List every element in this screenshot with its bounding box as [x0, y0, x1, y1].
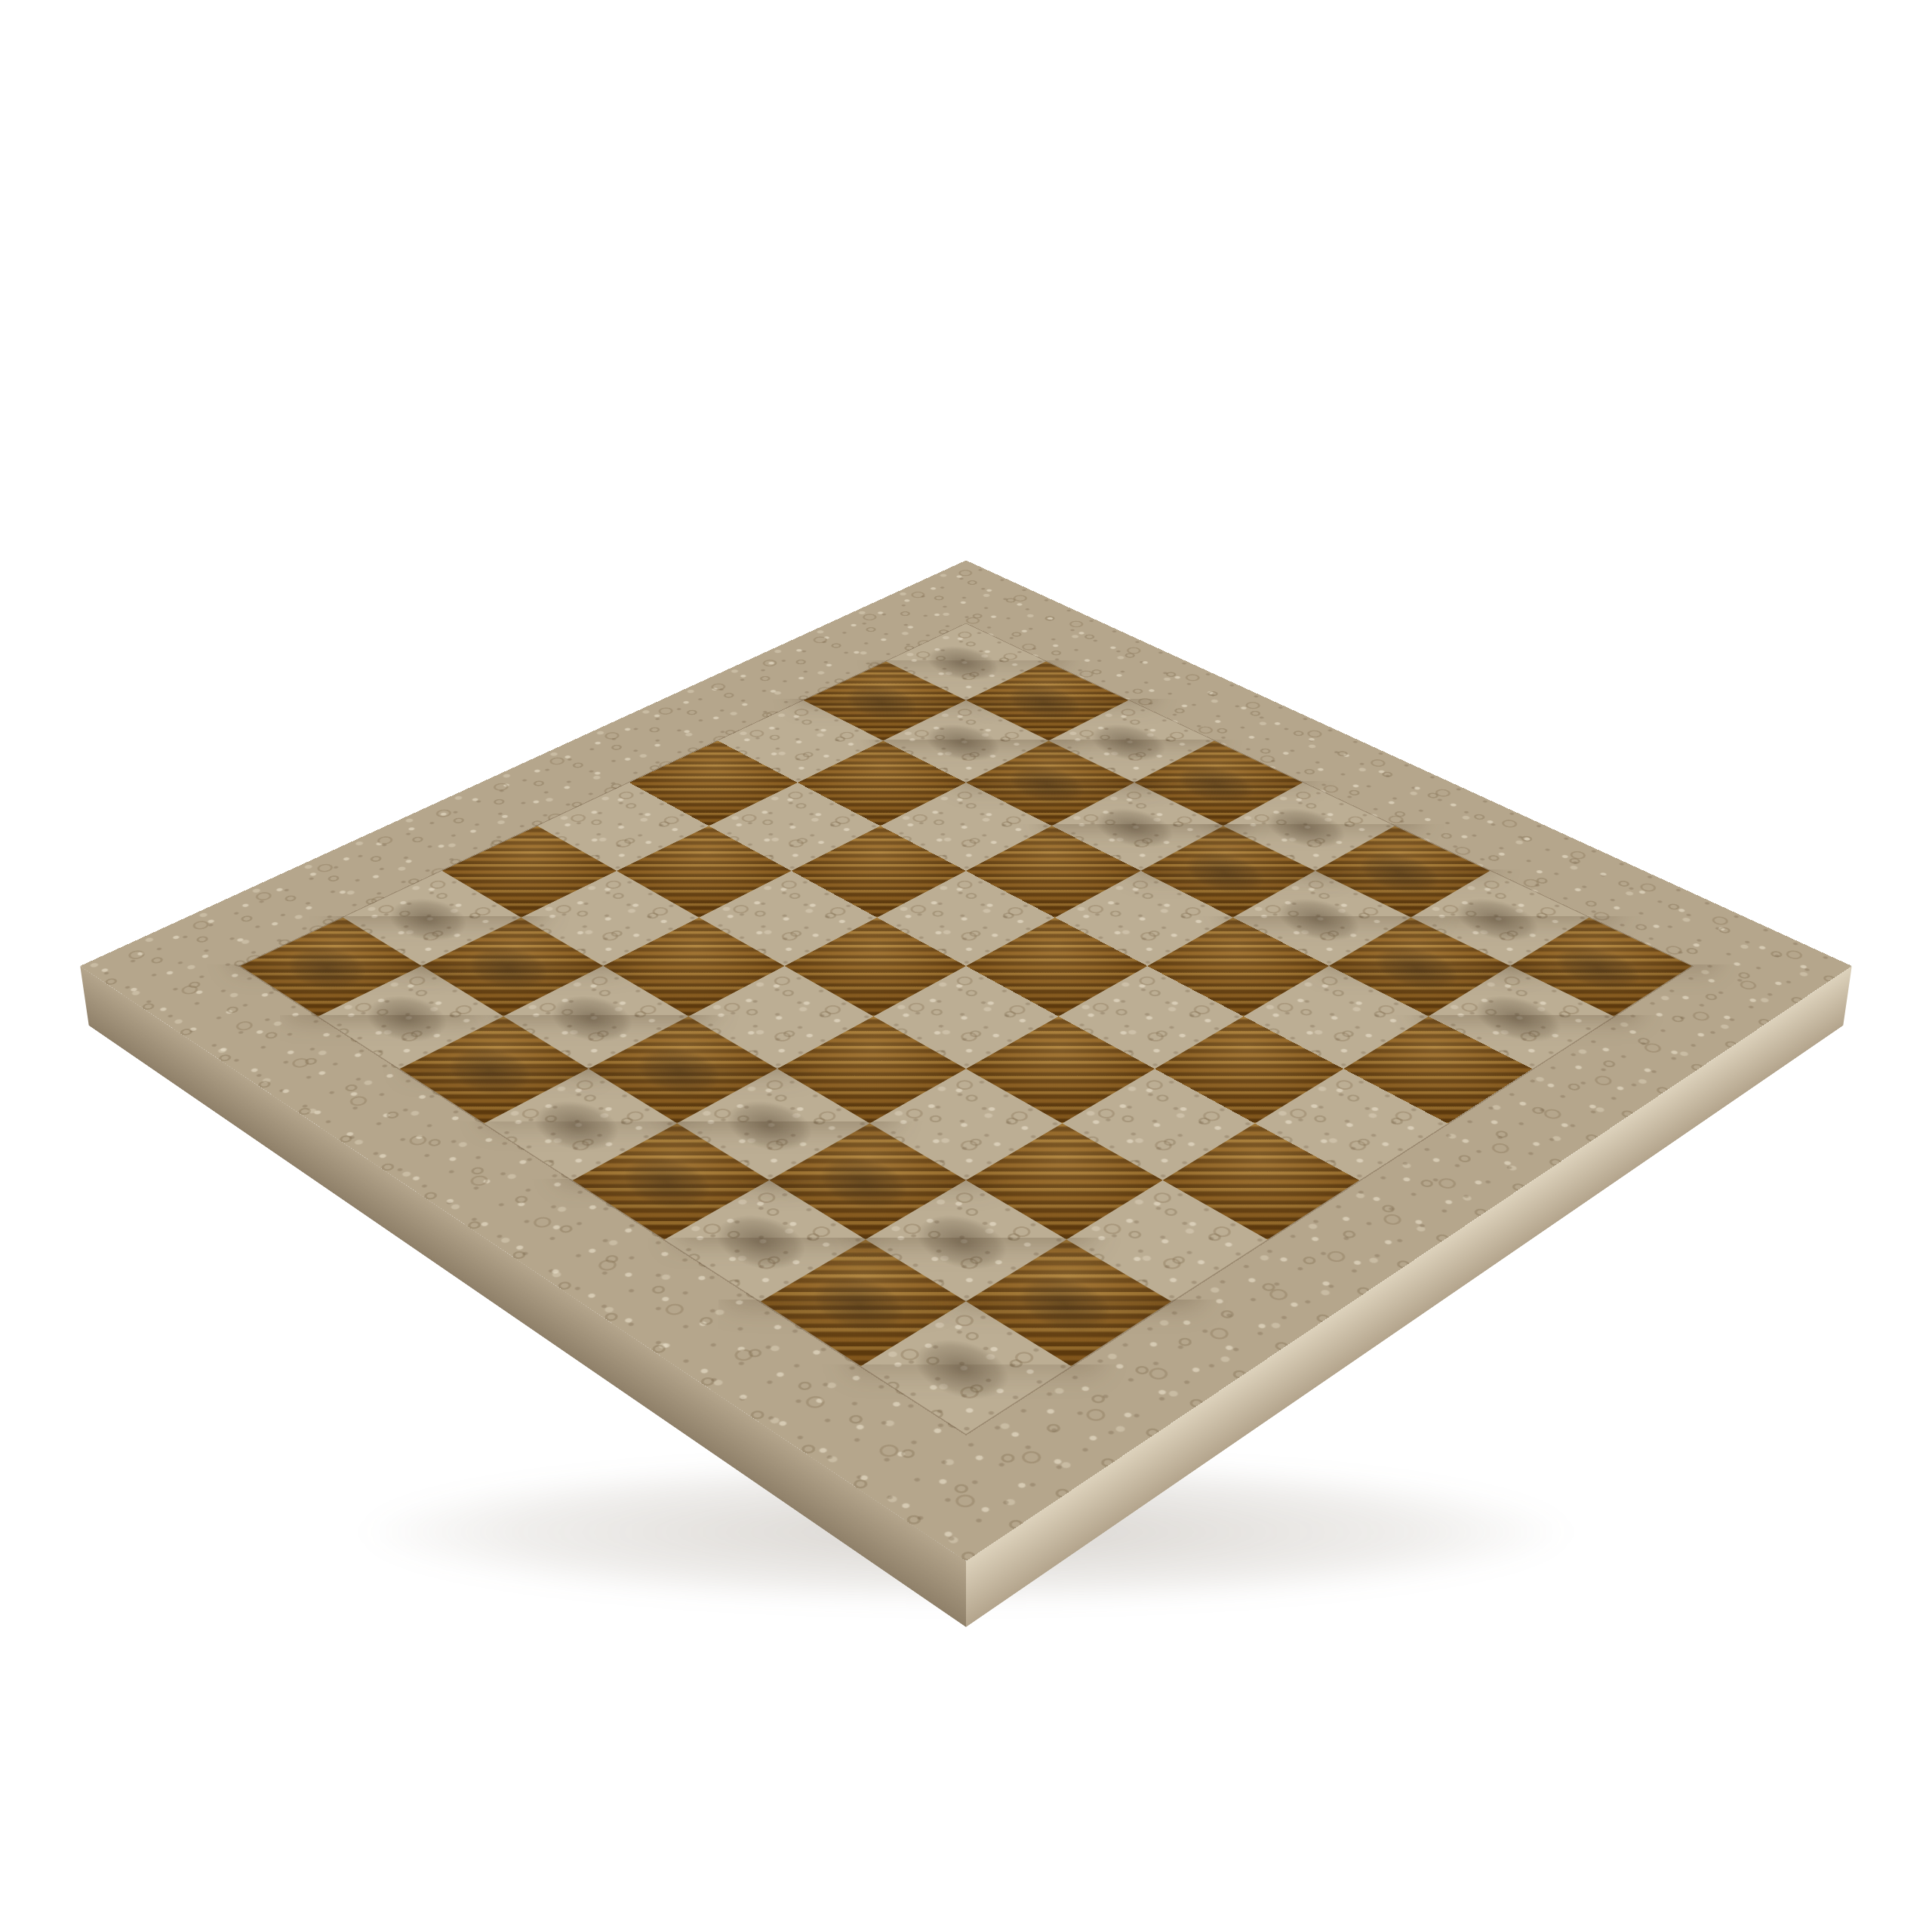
black-pawn-icon: ♟	[1355, 695, 1687, 1064]
square-h1[interactable]: ♜	[861, 1302, 1071, 1434]
white-rook-icon: ♜	[771, 986, 1162, 1423]
scene: ♜♞♝♛♚♝♞♜♟♟♟♟♟♟♟♟♟♟♟♟♟♟♟♟♜♞♝♛♚♝♞♜	[0, 0, 1932, 1932]
board-grid: ♜♞♝♛♚♝♞♜♟♟♟♟♟♟♟♟♟♟♟♟♟♟♟♟♜♞♝♛♚♝♞♜	[240, 624, 1691, 1434]
white-rook-h1[interactable]: ♜	[817, 1364, 1114, 1366]
product-photo: ♜♞♝♛♚♝♞♜♟♟♟♟♟♟♟♟♟♟♟♟♟♟♟♟♜♞♝♛♚♝♞♜	[0, 0, 1932, 1932]
chess-board: ♜♞♝♛♚♝♞♜♟♟♟♟♟♟♟♟♟♟♟♟♟♟♟♟♜♞♝♛♚♝♞♜	[80, 560, 1852, 1561]
square-h7[interactable]: ♟	[1429, 966, 1614, 1069]
black-pawn-h7[interactable]: ♟	[1390, 1015, 1652, 1017]
